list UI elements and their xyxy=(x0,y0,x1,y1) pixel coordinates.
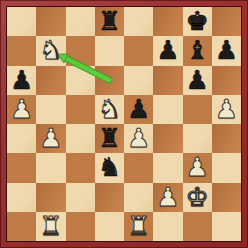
square-d1[interactable] xyxy=(95,212,124,241)
piece-white-king: ♚ xyxy=(185,183,208,212)
piece-white-pawn: ♟ xyxy=(10,95,33,124)
square-h4[interactable] xyxy=(212,124,241,153)
square-f3[interactable] xyxy=(153,153,182,182)
square-a8[interactable] xyxy=(7,7,36,36)
square-a1[interactable] xyxy=(7,212,36,241)
piece-white-knight: ♞ xyxy=(39,36,62,65)
piece-white-pawn: ♟ xyxy=(185,153,208,182)
square-a5[interactable]: ♟ xyxy=(7,95,36,124)
square-d8[interactable]: ♜ xyxy=(95,7,124,36)
piece-white-pawn: ♟ xyxy=(39,124,62,153)
piece-white-pawn: ♟ xyxy=(127,124,150,153)
piece-black-knight: ♞ xyxy=(98,153,121,182)
piece-black-rook: ♜ xyxy=(98,7,121,36)
square-b4[interactable]: ♟ xyxy=(36,124,65,153)
square-e1[interactable]: ♜ xyxy=(124,212,153,241)
square-d6[interactable] xyxy=(95,66,124,95)
square-h2[interactable] xyxy=(212,183,241,212)
square-c1[interactable] xyxy=(66,212,95,241)
piece-black-king: ♚ xyxy=(185,7,208,36)
piece-black-pawn: ♟ xyxy=(10,66,33,95)
square-c4[interactable] xyxy=(66,124,95,153)
square-a7[interactable] xyxy=(7,36,36,65)
square-b5[interactable] xyxy=(36,95,65,124)
square-e5[interactable]: ♟ xyxy=(124,95,153,124)
square-d2[interactable] xyxy=(95,183,124,212)
square-h5[interactable]: ♟ xyxy=(212,95,241,124)
piece-black-pawn: ♟ xyxy=(215,36,238,65)
square-b1[interactable]: ♜ xyxy=(36,212,65,241)
square-b3[interactable] xyxy=(36,153,65,182)
chess-board-frame: ♜♚♞♟♝♟♟♟♟♞♟♟♟♜♟♞♟♟♚♜♜ xyxy=(0,0,248,248)
square-g3[interactable]: ♟ xyxy=(183,153,212,182)
square-f8[interactable] xyxy=(153,7,182,36)
square-h7[interactable]: ♟ xyxy=(212,36,241,65)
square-f1[interactable] xyxy=(153,212,182,241)
square-e2[interactable] xyxy=(124,183,153,212)
square-b7[interactable]: ♞ xyxy=(36,36,65,65)
piece-white-knight: ♞ xyxy=(98,95,121,124)
square-f4[interactable] xyxy=(153,124,182,153)
square-b8[interactable] xyxy=(36,7,65,36)
square-g5[interactable] xyxy=(183,95,212,124)
square-c3[interactable] xyxy=(66,153,95,182)
square-g1[interactable] xyxy=(183,212,212,241)
square-e7[interactable] xyxy=(124,36,153,65)
square-a3[interactable] xyxy=(7,153,36,182)
square-h3[interactable] xyxy=(212,153,241,182)
piece-white-rook: ♜ xyxy=(39,212,62,241)
square-g4[interactable] xyxy=(183,124,212,153)
square-f6[interactable] xyxy=(153,66,182,95)
square-e3[interactable] xyxy=(124,153,153,182)
piece-black-rook: ♜ xyxy=(98,124,121,153)
square-g2[interactable]: ♚ xyxy=(183,183,212,212)
square-c2[interactable] xyxy=(66,183,95,212)
square-d7[interactable] xyxy=(95,36,124,65)
square-a6[interactable]: ♟ xyxy=(7,66,36,95)
square-f7[interactable]: ♟ xyxy=(153,36,182,65)
square-d3[interactable]: ♞ xyxy=(95,153,124,182)
square-e6[interactable] xyxy=(124,66,153,95)
square-f5[interactable] xyxy=(153,95,182,124)
piece-white-rook: ♜ xyxy=(127,212,150,241)
piece-black-pawn: ♟ xyxy=(127,95,150,124)
square-c8[interactable] xyxy=(66,7,95,36)
piece-white-pawn: ♟ xyxy=(215,95,238,124)
square-b6[interactable] xyxy=(36,66,65,95)
square-d5[interactable]: ♞ xyxy=(95,95,124,124)
square-e8[interactable] xyxy=(124,7,153,36)
square-a4[interactable] xyxy=(7,124,36,153)
square-d4[interactable]: ♜ xyxy=(95,124,124,153)
square-g7[interactable]: ♝ xyxy=(183,36,212,65)
piece-white-pawn: ♟ xyxy=(156,183,179,212)
square-c7[interactable] xyxy=(66,36,95,65)
square-c5[interactable] xyxy=(66,95,95,124)
square-a2[interactable] xyxy=(7,183,36,212)
square-g8[interactable]: ♚ xyxy=(183,7,212,36)
square-h8[interactable] xyxy=(212,7,241,36)
square-g6[interactable]: ♟ xyxy=(183,66,212,95)
square-f2[interactable]: ♟ xyxy=(153,183,182,212)
piece-black-pawn: ♟ xyxy=(156,36,179,65)
chess-board: ♜♚♞♟♝♟♟♟♟♞♟♟♟♜♟♞♟♟♚♜♜ xyxy=(7,7,241,241)
square-e4[interactable]: ♟ xyxy=(124,124,153,153)
piece-black-bishop: ♝ xyxy=(185,36,208,65)
piece-black-pawn: ♟ xyxy=(185,66,208,95)
square-b2[interactable] xyxy=(36,183,65,212)
square-h1[interactable] xyxy=(212,212,241,241)
square-h6[interactable] xyxy=(212,66,241,95)
square-c6[interactable] xyxy=(66,66,95,95)
